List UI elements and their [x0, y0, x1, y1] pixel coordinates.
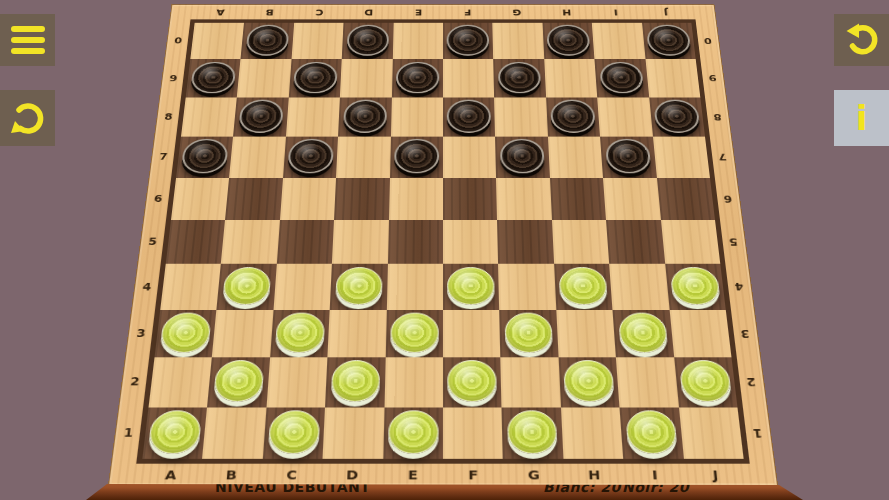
- square-J5[interactable]: [661, 220, 721, 264]
- square-J1[interactable]: [679, 407, 744, 459]
- square-G6[interactable]: [496, 178, 551, 220]
- square-H5[interactable]: [552, 220, 610, 264]
- square-B3[interactable]: [212, 310, 273, 358]
- square-H6[interactable]: [550, 178, 606, 220]
- square-A0[interactable]: [190, 23, 244, 60]
- coordinate-label: D: [322, 465, 383, 485]
- square-G1[interactable]: [502, 407, 563, 459]
- square-B6[interactable]: [225, 178, 282, 220]
- square-E6[interactable]: [389, 178, 443, 220]
- square-E0[interactable]: [392, 23, 443, 60]
- square-C5[interactable]: [277, 220, 335, 264]
- square-E7[interactable]: [390, 137, 443, 178]
- square-I6[interactable]: [603, 178, 660, 220]
- square-B1[interactable]: [202, 407, 266, 459]
- white-piece[interactable]: [275, 313, 325, 353]
- black-piece[interactable]: [447, 100, 491, 133]
- square-H3[interactable]: [556, 310, 616, 358]
- square-D7[interactable]: [336, 137, 390, 178]
- square-C0[interactable]: [291, 23, 343, 60]
- coordinate-label: J: [684, 465, 747, 485]
- square-H9[interactable]: [544, 59, 597, 97]
- undo-button[interactable]: [834, 14, 889, 66]
- square-G8[interactable]: [494, 97, 547, 136]
- square-A5[interactable]: [166, 220, 226, 264]
- square-A9[interactable]: [186, 59, 241, 97]
- square-F0[interactable]: [443, 23, 494, 60]
- square-B4[interactable]: [217, 264, 277, 310]
- square-G0[interactable]: [493, 23, 544, 60]
- coordinate-label: B: [200, 465, 262, 485]
- black-piece[interactable]: [238, 100, 284, 133]
- square-D4[interactable]: [330, 264, 388, 310]
- black-piece[interactable]: [605, 139, 652, 173]
- square-H7[interactable]: [548, 137, 603, 178]
- square-A8[interactable]: [181, 97, 237, 136]
- square-G4[interactable]: [498, 264, 556, 310]
- coordinate-label: A: [195, 6, 246, 18]
- restart-button[interactable]: [0, 90, 55, 146]
- square-J4[interactable]: [665, 264, 726, 310]
- coordinate-label: 7: [711, 137, 735, 178]
- black-piece[interactable]: [498, 62, 542, 94]
- square-I9[interactable]: [595, 59, 649, 97]
- square-E1[interactable]: [383, 407, 443, 459]
- coordinate-label: H: [542, 6, 592, 18]
- square-D1[interactable]: [323, 407, 384, 459]
- square-I8[interactable]: [597, 97, 652, 136]
- square-F4[interactable]: [443, 264, 500, 310]
- coordinate-label: B: [245, 6, 295, 18]
- coordinate-label: C: [294, 6, 344, 18]
- black-piece[interactable]: [394, 139, 439, 173]
- square-B8[interactable]: [233, 97, 288, 136]
- white-piece[interactable]: [625, 410, 679, 453]
- square-G5[interactable]: [497, 220, 554, 264]
- board-scene: ABCDEFGHIJ ABCDEFGHIJ 0987654321 0987654…: [108, 4, 778, 486]
- coordinate-label: E: [382, 465, 443, 485]
- square-J7[interactable]: [653, 137, 710, 178]
- square-D2[interactable]: [325, 357, 385, 407]
- coordinate-label: 5: [721, 220, 746, 264]
- black-piece[interactable]: [653, 100, 700, 133]
- black-piece[interactable]: [343, 100, 388, 133]
- black-piece[interactable]: [293, 62, 338, 94]
- coordinate-label: J: [640, 6, 691, 18]
- square-E3[interactable]: [385, 310, 443, 358]
- white-piece[interactable]: [448, 360, 497, 402]
- white-piece[interactable]: [160, 313, 212, 353]
- square-A7[interactable]: [176, 137, 233, 178]
- square-C6[interactable]: [280, 178, 336, 220]
- square-B7[interactable]: [229, 137, 285, 178]
- square-D3[interactable]: [328, 310, 387, 358]
- menu-button[interactable]: [0, 14, 55, 66]
- square-E8[interactable]: [391, 97, 443, 136]
- white-piece[interactable]: [148, 410, 203, 453]
- restart-icon: [7, 97, 49, 139]
- square-D8[interactable]: [338, 97, 391, 136]
- column-labels-top: ABCDEFGHIJ: [195, 6, 691, 18]
- coordinate-label: F: [443, 6, 493, 18]
- board-frame: ABCDEFGHIJ ABCDEFGHIJ 0987654321 0987654…: [108, 4, 778, 486]
- square-C1[interactable]: [263, 407, 326, 459]
- square-B0[interactable]: [241, 23, 294, 60]
- square-I4[interactable]: [609, 264, 669, 310]
- white-piece[interactable]: [390, 313, 438, 353]
- info-icon: i: [856, 101, 868, 135]
- white-piece[interactable]: [447, 267, 494, 305]
- square-C3[interactable]: [270, 310, 330, 358]
- square-J9[interactable]: [645, 59, 700, 97]
- square-I1[interactable]: [620, 407, 684, 459]
- square-F9[interactable]: [443, 59, 494, 97]
- black-piece[interactable]: [287, 139, 333, 173]
- black-piece[interactable]: [646, 25, 691, 56]
- square-C2[interactable]: [266, 357, 327, 407]
- square-F8[interactable]: [443, 97, 495, 136]
- square-C7[interactable]: [283, 137, 338, 178]
- white-piece[interactable]: [679, 360, 732, 402]
- square-I3[interactable]: [613, 310, 674, 358]
- square-H8[interactable]: [546, 97, 600, 136]
- white-piece[interactable]: [617, 313, 668, 353]
- square-A3[interactable]: [155, 310, 217, 358]
- white-piece[interactable]: [558, 267, 607, 305]
- black-piece[interactable]: [546, 25, 590, 56]
- black-piece[interactable]: [500, 139, 546, 173]
- square-F7[interactable]: [443, 137, 496, 178]
- square-I0[interactable]: [592, 23, 645, 60]
- square-E2[interactable]: [384, 357, 443, 407]
- black-piece[interactable]: [599, 62, 644, 94]
- square-J2[interactable]: [674, 357, 738, 407]
- square-B5[interactable]: [221, 220, 280, 264]
- square-I7[interactable]: [600, 137, 656, 178]
- square-C8[interactable]: [286, 97, 340, 136]
- square-E4[interactable]: [386, 264, 443, 310]
- square-E5[interactable]: [388, 220, 443, 264]
- square-F6[interactable]: [443, 178, 497, 220]
- black-piece[interactable]: [181, 139, 229, 173]
- white-piece[interactable]: [268, 410, 321, 453]
- coordinate-label: A: [139, 465, 202, 485]
- square-J0[interactable]: [642, 23, 696, 60]
- square-F3[interactable]: [443, 310, 501, 358]
- square-F5[interactable]: [443, 220, 498, 264]
- white-piece[interactable]: [222, 267, 272, 305]
- square-C4[interactable]: [273, 264, 332, 310]
- square-D6[interactable]: [334, 178, 389, 220]
- white-piece[interactable]: [507, 410, 559, 453]
- coordinate-label: H: [564, 465, 626, 485]
- square-B9[interactable]: [237, 59, 291, 97]
- square-G3[interactable]: [500, 310, 559, 358]
- square-B2[interactable]: [207, 357, 269, 407]
- square-H0[interactable]: [542, 23, 594, 60]
- square-J6[interactable]: [657, 178, 715, 220]
- square-D9[interactable]: [340, 59, 392, 97]
- coordinate-label: I: [591, 6, 641, 18]
- black-piece[interactable]: [447, 25, 489, 56]
- hamburger-menu-icon: [11, 26, 45, 32]
- square-D5[interactable]: [332, 220, 389, 264]
- square-E9[interactable]: [392, 59, 443, 97]
- coordinate-label: C: [261, 465, 323, 485]
- square-I5[interactable]: [606, 220, 665, 264]
- square-F1[interactable]: [443, 407, 503, 459]
- coordinate-label: 4: [726, 264, 751, 310]
- black-piece[interactable]: [396, 62, 439, 94]
- white-piece[interactable]: [563, 360, 614, 402]
- coordinate-label: G: [492, 6, 542, 18]
- square-A6[interactable]: [171, 178, 229, 220]
- coordinate-label: D: [344, 6, 394, 18]
- black-piece[interactable]: [550, 100, 596, 133]
- coordinate-label: 8: [706, 97, 729, 136]
- coordinate-label: 0: [697, 23, 719, 60]
- square-I2[interactable]: [616, 357, 678, 407]
- white-piece[interactable]: [504, 313, 553, 353]
- white-piece[interactable]: [670, 267, 721, 305]
- coordinate-label: 9: [701, 59, 724, 97]
- white-piece[interactable]: [330, 360, 380, 402]
- black-piece[interactable]: [190, 62, 236, 94]
- square-C9[interactable]: [289, 59, 342, 97]
- coordinate-label: I: [624, 465, 686, 485]
- square-F2[interactable]: [443, 357, 502, 407]
- square-A4[interactable]: [160, 264, 221, 310]
- square-H4[interactable]: [554, 264, 613, 310]
- square-G9[interactable]: [494, 59, 546, 97]
- white-piece[interactable]: [388, 410, 438, 453]
- board-grid: [136, 19, 750, 463]
- coordinate-label: G: [503, 465, 564, 485]
- square-J8[interactable]: [649, 97, 705, 136]
- square-D0[interactable]: [342, 23, 393, 60]
- column-labels-bottom: ABCDEFGHIJ: [139, 465, 746, 485]
- square-A1[interactable]: [142, 407, 207, 459]
- square-A2[interactable]: [149, 357, 213, 407]
- square-G2[interactable]: [501, 357, 561, 407]
- square-H2[interactable]: [558, 357, 619, 407]
- square-H1[interactable]: [561, 407, 624, 459]
- black-piece[interactable]: [346, 25, 389, 56]
- white-piece[interactable]: [213, 360, 265, 402]
- white-piece[interactable]: [335, 267, 383, 305]
- black-piece[interactable]: [245, 25, 290, 56]
- coordinate-label: E: [393, 6, 443, 18]
- undo-icon: [841, 19, 883, 61]
- info-button[interactable]: i: [834, 90, 889, 146]
- coordinate-label: F: [443, 465, 504, 485]
- square-G7[interactable]: [495, 137, 549, 178]
- square-J3[interactable]: [669, 310, 731, 358]
- coordinate-label: 6: [716, 178, 740, 220]
